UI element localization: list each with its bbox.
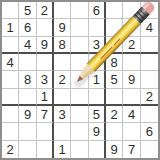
cell-r4c4[interactable] <box>54 54 71 71</box>
cell-r8c4[interactable] <box>54 123 71 140</box>
cell-r8c2[interactable] <box>19 123 36 140</box>
cell-r5c8[interactable]: 9 <box>123 71 140 88</box>
cell-r8c7[interactable] <box>106 123 123 140</box>
cell-r9c2[interactable] <box>19 141 36 158</box>
cell-r6c9[interactable]: 2 <box>141 89 158 106</box>
sudoku-grid: 5261694498324883215912973524962197 <box>0 0 160 160</box>
cell-r2c2[interactable]: 6 <box>19 19 36 36</box>
cell-r7c2[interactable]: 9 <box>19 106 36 123</box>
sudoku-board: 5261694498324883215912973524962197 <box>0 0 160 160</box>
cell-r3c6[interactable]: 3 <box>89 37 106 54</box>
cell-r2c8[interactable] <box>123 19 140 36</box>
cell-r2c3[interactable] <box>37 19 54 36</box>
cell-r3c7[interactable] <box>106 37 123 54</box>
cell-r5c9[interactable] <box>141 71 158 88</box>
cell-r1c9[interactable] <box>141 2 158 19</box>
cell-r7c5[interactable] <box>71 106 88 123</box>
cell-r3c3[interactable]: 9 <box>37 37 54 54</box>
cell-r1c8[interactable] <box>123 2 140 19</box>
cell-r6c4[interactable] <box>54 89 71 106</box>
cell-r1c5[interactable] <box>71 2 88 19</box>
cell-r9c8[interactable]: 7 <box>123 141 140 158</box>
cell-r8c6[interactable]: 9 <box>89 123 106 140</box>
cell-r9c7[interactable]: 9 <box>106 141 123 158</box>
cell-r2c1[interactable]: 1 <box>2 19 19 36</box>
cell-r8c1[interactable] <box>2 123 19 140</box>
cell-r2c7[interactable] <box>106 19 123 36</box>
cell-r6c7[interactable] <box>106 89 123 106</box>
cell-r4c5[interactable] <box>71 54 88 71</box>
cell-r5c7[interactable]: 5 <box>106 71 123 88</box>
cell-r5c2[interactable]: 8 <box>19 71 36 88</box>
cell-r8c9[interactable]: 6 <box>141 123 158 140</box>
cell-r1c1[interactable] <box>2 2 19 19</box>
cell-r5c1[interactable] <box>2 71 19 88</box>
cell-r9c6[interactable] <box>89 141 106 158</box>
cell-r5c4[interactable]: 2 <box>54 71 71 88</box>
cell-r7c9[interactable] <box>141 106 158 123</box>
cell-r3c2[interactable]: 4 <box>19 37 36 54</box>
cell-r8c8[interactable] <box>123 123 140 140</box>
cell-r6c6[interactable] <box>89 89 106 106</box>
cell-r3c4[interactable]: 8 <box>54 37 71 54</box>
cell-r2c4[interactable]: 9 <box>54 19 71 36</box>
cell-r2c9[interactable]: 4 <box>141 19 158 36</box>
cell-r4c2[interactable] <box>19 54 36 71</box>
cell-r3c5[interactable] <box>71 37 88 54</box>
cell-r8c5[interactable] <box>71 123 88 140</box>
cell-r4c3[interactable] <box>37 54 54 71</box>
cell-r4c8[interactable] <box>123 54 140 71</box>
cell-r1c7[interactable] <box>106 2 123 19</box>
cell-r1c4[interactable] <box>54 2 71 19</box>
cell-r4c7[interactable]: 8 <box>106 54 123 71</box>
cell-r7c3[interactable]: 7 <box>37 106 54 123</box>
cell-r7c7[interactable]: 2 <box>106 106 123 123</box>
cell-r1c6[interactable]: 6 <box>89 2 106 19</box>
cell-r9c5[interactable] <box>71 141 88 158</box>
cell-r1c3[interactable]: 2 <box>37 2 54 19</box>
cell-r1c2[interactable]: 5 <box>19 2 36 19</box>
cell-r6c5[interactable] <box>71 89 88 106</box>
cell-r9c1[interactable]: 2 <box>2 141 19 158</box>
cell-r9c9[interactable] <box>141 141 158 158</box>
cell-r3c8[interactable]: 2 <box>123 37 140 54</box>
cell-r9c3[interactable] <box>37 141 54 158</box>
cell-r5c3[interactable]: 3 <box>37 71 54 88</box>
cell-r7c6[interactable]: 5 <box>89 106 106 123</box>
cell-r4c9[interactable] <box>141 54 158 71</box>
cell-r6c2[interactable] <box>19 89 36 106</box>
cell-r2c5[interactable] <box>71 19 88 36</box>
cell-r4c1[interactable]: 4 <box>2 54 19 71</box>
cell-r9c4[interactable]: 1 <box>54 141 71 158</box>
cell-r7c1[interactable] <box>2 106 19 123</box>
cell-r3c9[interactable] <box>141 37 158 54</box>
cell-r5c5[interactable] <box>71 71 88 88</box>
cell-r8c3[interactable] <box>37 123 54 140</box>
cell-r6c8[interactable] <box>123 89 140 106</box>
cell-r7c4[interactable]: 3 <box>54 106 71 123</box>
cell-r3c1[interactable] <box>2 37 19 54</box>
cell-r7c8[interactable]: 4 <box>123 106 140 123</box>
cell-r6c1[interactable] <box>2 89 19 106</box>
cell-r6c3[interactable]: 1 <box>37 89 54 106</box>
cell-r4c6[interactable] <box>89 54 106 71</box>
cell-r5c6[interactable]: 1 <box>89 71 106 88</box>
cell-r2c6[interactable] <box>89 19 106 36</box>
